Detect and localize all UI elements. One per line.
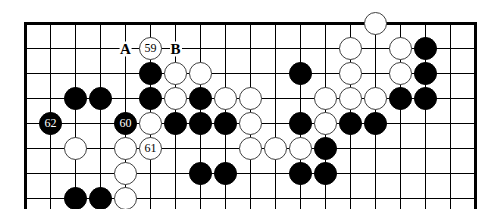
point-1-1[interactable] — [13, 11, 38, 36]
point-3-4[interactable] — [63, 86, 88, 111]
point-12-4[interactable] — [288, 86, 313, 111]
black-stone — [289, 162, 312, 185]
point-13-8[interactable] — [313, 186, 338, 209]
point-7-4[interactable] — [163, 86, 188, 111]
white-stone — [239, 112, 262, 135]
point-3-1[interactable] — [63, 11, 88, 36]
point-18-4[interactable] — [438, 86, 463, 111]
point-17-8[interactable] — [413, 186, 438, 209]
point-11-8[interactable] — [263, 186, 288, 209]
white-stone — [314, 87, 337, 110]
black-stone — [89, 87, 112, 110]
point-13-1[interactable] — [313, 11, 338, 36]
point-5-1[interactable] — [113, 11, 138, 36]
point-18-3[interactable] — [438, 61, 463, 86]
point-9-6[interactable] — [213, 136, 238, 161]
black-stone — [414, 87, 437, 110]
point-10-8[interactable] — [238, 186, 263, 209]
point-17-4[interactable] — [413, 86, 438, 111]
point-13-4[interactable] — [313, 86, 338, 111]
go-board: A59B626061 — [13, 11, 488, 209]
white-stone — [239, 87, 262, 110]
point-15-7[interactable] — [363, 161, 388, 186]
point-8-7[interactable] — [188, 161, 213, 186]
point-2-1[interactable] — [38, 11, 63, 36]
point-9-5[interactable] — [213, 111, 238, 136]
point-16-5[interactable] — [388, 111, 413, 136]
black-stone — [339, 112, 362, 135]
point-16-2[interactable] — [388, 36, 413, 61]
point-5-5[interactable]: 60 — [113, 111, 138, 136]
point-15-4[interactable] — [363, 86, 388, 111]
point-10-6[interactable] — [238, 136, 263, 161]
point-6-7[interactable] — [138, 161, 163, 186]
point-1-7[interactable] — [13, 161, 38, 186]
point-13-3[interactable] — [313, 61, 338, 86]
point-13-2[interactable] — [313, 36, 338, 61]
black-stone — [189, 112, 212, 135]
black-stone-62: 62 — [39, 112, 62, 135]
point-2-7[interactable] — [38, 161, 63, 186]
point-8-4[interactable] — [188, 86, 213, 111]
white-stone — [364, 87, 387, 110]
point-5-8[interactable] — [113, 186, 138, 209]
point-3-6[interactable] — [63, 136, 88, 161]
white-stone — [389, 37, 412, 60]
point-2-2[interactable] — [38, 36, 63, 61]
point-18-7[interactable] — [438, 161, 463, 186]
point-11-3[interactable] — [263, 61, 288, 86]
point-1-6[interactable] — [13, 136, 38, 161]
point-5-4[interactable] — [113, 86, 138, 111]
point-18-1[interactable] — [438, 11, 463, 36]
point-19-4[interactable] — [463, 86, 488, 111]
point-17-3[interactable] — [413, 61, 438, 86]
white-stone — [339, 87, 362, 110]
point-6-6[interactable]: 61 — [138, 136, 163, 161]
white-stone — [314, 112, 337, 135]
point-11-1[interactable] — [263, 11, 288, 36]
point-5-2[interactable]: A — [113, 36, 138, 61]
white-stone-59: 59 — [139, 37, 162, 60]
point-1-2[interactable] — [13, 36, 38, 61]
point-3-5[interactable] — [63, 111, 88, 136]
point-10-1[interactable] — [238, 11, 263, 36]
point-18-2[interactable] — [438, 36, 463, 61]
point-4-4[interactable] — [88, 86, 113, 111]
point-6-4[interactable] — [138, 86, 163, 111]
point-9-7[interactable] — [213, 161, 238, 186]
white-stone — [139, 112, 162, 135]
black-stone — [289, 112, 312, 135]
point-14-6[interactable] — [338, 136, 363, 161]
point-8-6[interactable] — [188, 136, 213, 161]
point-12-2[interactable] — [288, 36, 313, 61]
point-9-8[interactable] — [213, 186, 238, 209]
point-14-5[interactable] — [338, 111, 363, 136]
point-13-6[interactable] — [313, 136, 338, 161]
point-9-3[interactable] — [213, 61, 238, 86]
black-stone — [214, 112, 237, 135]
white-stone — [339, 37, 362, 60]
point-19-6[interactable] — [463, 136, 488, 161]
point-7-6[interactable] — [163, 136, 188, 161]
point-7-8[interactable] — [163, 186, 188, 209]
point-9-4[interactable] — [213, 86, 238, 111]
white-stone — [114, 137, 137, 160]
point-10-3[interactable] — [238, 61, 263, 86]
point-19-1[interactable] — [463, 11, 488, 36]
point-7-3[interactable] — [163, 61, 188, 86]
point-8-5[interactable] — [188, 111, 213, 136]
point-19-7[interactable] — [463, 161, 488, 186]
point-3-3[interactable] — [63, 61, 88, 86]
point-2-8[interactable] — [38, 186, 63, 209]
black-stone — [389, 87, 412, 110]
point-5-6[interactable] — [113, 136, 138, 161]
point-16-7[interactable] — [388, 161, 413, 186]
point-16-1[interactable] — [388, 11, 413, 36]
white-stone — [264, 137, 287, 160]
black-stone — [164, 112, 187, 135]
point-2-3[interactable] — [38, 61, 63, 86]
point-14-7[interactable] — [338, 161, 363, 186]
black-stone — [414, 62, 437, 85]
point-15-6[interactable] — [363, 136, 388, 161]
white-stone — [289, 137, 312, 160]
point-4-5[interactable] — [88, 111, 113, 136]
point-8-1[interactable] — [188, 11, 213, 36]
point-11-4[interactable] — [263, 86, 288, 111]
point-4-8[interactable] — [88, 186, 113, 209]
point-2-5[interactable]: 62 — [38, 111, 63, 136]
point-8-8[interactable] — [188, 186, 213, 209]
point-2-6[interactable] — [38, 136, 63, 161]
white-stone — [164, 87, 187, 110]
black-stone — [189, 162, 212, 185]
point-1-4[interactable] — [13, 86, 38, 111]
point-6-5[interactable] — [138, 111, 163, 136]
point-11-7[interactable] — [263, 161, 288, 186]
point-11-5[interactable] — [263, 111, 288, 136]
point-10-5[interactable] — [238, 111, 263, 136]
black-stone — [89, 187, 112, 209]
point-6-3[interactable] — [138, 61, 163, 86]
point-7-2[interactable]: B — [163, 36, 188, 61]
point-6-8[interactable] — [138, 186, 163, 209]
point-5-3[interactable] — [113, 61, 138, 86]
white-stone — [389, 62, 412, 85]
move-number: 59 — [145, 41, 157, 56]
move-number: 62 — [45, 116, 57, 131]
point-6-1[interactable] — [138, 11, 163, 36]
point-3-8[interactable] — [63, 186, 88, 209]
point-8-3[interactable] — [188, 61, 213, 86]
point-16-3[interactable] — [388, 61, 413, 86]
point-17-1[interactable] — [413, 11, 438, 36]
black-stone — [64, 187, 87, 209]
point-4-1[interactable] — [88, 11, 113, 36]
point-14-8[interactable] — [338, 186, 363, 209]
point-9-1[interactable] — [213, 11, 238, 36]
point-11-6[interactable] — [263, 136, 288, 161]
point-12-6[interactable] — [288, 136, 313, 161]
point-19-8[interactable] — [463, 186, 488, 209]
point-17-6[interactable] — [413, 136, 438, 161]
point-3-2[interactable] — [63, 36, 88, 61]
black-stone — [414, 37, 437, 60]
white-stone — [164, 62, 187, 85]
letter-label-b: B — [169, 41, 181, 56]
point-6-2[interactable]: 59 — [138, 36, 163, 61]
point-4-6[interactable] — [88, 136, 113, 161]
point-13-7[interactable] — [313, 161, 338, 186]
black-stone — [139, 62, 162, 85]
white-stone — [214, 87, 237, 110]
point-13-5[interactable] — [313, 111, 338, 136]
point-9-2[interactable] — [213, 36, 238, 61]
letter-label-a: A — [119, 41, 132, 56]
point-1-3[interactable] — [13, 61, 38, 86]
point-18-8[interactable] — [438, 186, 463, 209]
point-5-7[interactable] — [113, 161, 138, 186]
black-stone — [214, 162, 237, 185]
point-4-3[interactable] — [88, 61, 113, 86]
black-stone — [139, 87, 162, 110]
black-stone — [364, 112, 387, 135]
go-diagram: { "game": "go", "board": { "type": "part… — [0, 0, 500, 209]
point-15-5[interactable] — [363, 111, 388, 136]
point-4-7[interactable] — [88, 161, 113, 186]
white-stone — [239, 137, 262, 160]
black-stone — [189, 87, 212, 110]
point-17-2[interactable] — [413, 36, 438, 61]
point-14-2[interactable] — [338, 36, 363, 61]
white-stone — [64, 137, 87, 160]
point-4-2[interactable] — [88, 36, 113, 61]
move-number: 60 — [120, 116, 132, 131]
point-1-8[interactable] — [13, 186, 38, 209]
point-12-7[interactable] — [288, 161, 313, 186]
point-16-6[interactable] — [388, 136, 413, 161]
point-19-2[interactable] — [463, 36, 488, 61]
white-stone — [339, 62, 362, 85]
point-2-4[interactable] — [38, 86, 63, 111]
move-number: 61 — [145, 141, 157, 156]
white-stone-61: 61 — [139, 137, 162, 160]
point-15-2[interactable] — [363, 36, 388, 61]
point-1-5[interactable] — [13, 111, 38, 136]
point-14-3[interactable] — [338, 61, 363, 86]
point-12-8[interactable] — [288, 186, 313, 209]
white-stone — [114, 162, 137, 185]
point-15-3[interactable] — [363, 61, 388, 86]
point-7-5[interactable] — [163, 111, 188, 136]
point-12-5[interactable] — [288, 111, 313, 136]
point-16-8[interactable] — [388, 186, 413, 209]
black-stone — [314, 162, 337, 185]
point-18-6[interactable] — [438, 136, 463, 161]
point-3-7[interactable] — [63, 161, 88, 186]
white-stone — [364, 12, 387, 35]
white-stone — [189, 62, 212, 85]
point-10-2[interactable] — [238, 36, 263, 61]
black-stone — [314, 137, 337, 160]
black-stone — [289, 62, 312, 85]
point-17-5[interactable] — [413, 111, 438, 136]
point-19-3[interactable] — [463, 61, 488, 86]
point-7-7[interactable] — [163, 161, 188, 186]
point-18-5[interactable] — [438, 111, 463, 136]
point-19-5[interactable] — [463, 111, 488, 136]
point-10-7[interactable] — [238, 161, 263, 186]
point-15-8[interactable] — [363, 186, 388, 209]
point-17-7[interactable] — [413, 161, 438, 186]
white-stone — [114, 187, 137, 209]
point-14-1[interactable] — [338, 11, 363, 36]
black-stone-60: 60 — [114, 112, 137, 135]
point-12-3[interactable] — [288, 61, 313, 86]
point-12-1[interactable] — [288, 11, 313, 36]
point-7-1[interactable] — [163, 11, 188, 36]
point-8-2[interactable] — [188, 36, 213, 61]
black-stone — [64, 87, 87, 110]
point-15-1[interactable] — [363, 11, 388, 36]
point-14-4[interactable] — [338, 86, 363, 111]
point-11-2[interactable] — [263, 36, 288, 61]
point-16-4[interactable] — [388, 86, 413, 111]
point-10-4[interactable] — [238, 86, 263, 111]
